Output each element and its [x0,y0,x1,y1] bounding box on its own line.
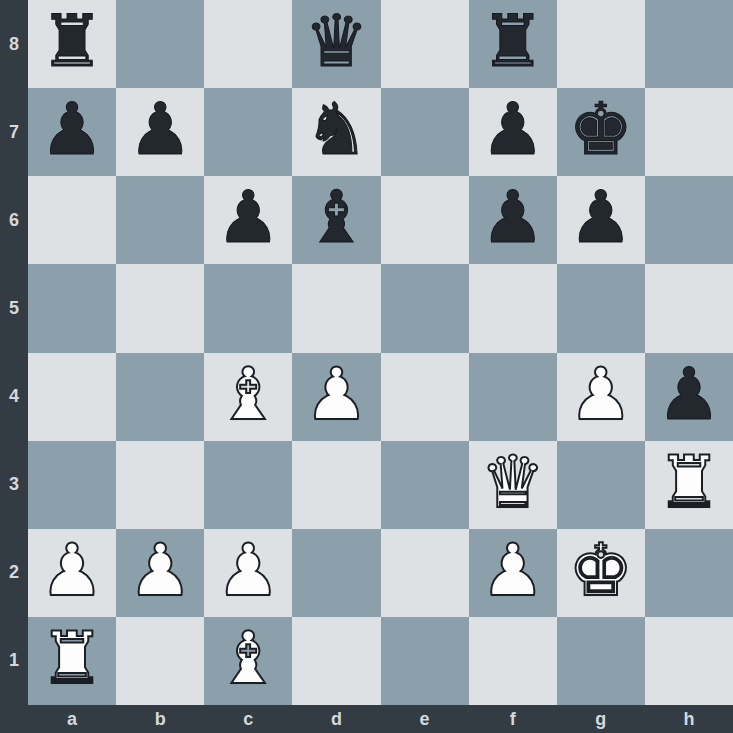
square-h5[interactable] [645,264,733,352]
square-c6[interactable]: ♟ [204,176,292,264]
square-f4[interactable] [469,353,557,441]
square-b3[interactable] [116,441,204,529]
square-a8[interactable]: ♜ [28,0,116,88]
square-c8[interactable] [204,0,292,88]
file-label-c: c [204,705,292,733]
square-h4[interactable]: ♟ [645,353,733,441]
piece-black-pawn[interactable]: ♟ [128,93,193,165]
piece-black-pawn[interactable]: ♟ [480,93,545,165]
square-b1[interactable] [116,617,204,705]
square-c4[interactable]: ♝ [204,353,292,441]
square-e1[interactable] [381,617,469,705]
piece-white-bishop[interactable]: ♝ [216,358,281,430]
square-c5[interactable] [204,264,292,352]
square-f2[interactable]: ♟ [469,529,557,617]
rank-labels: 87654321 [0,0,28,705]
square-f5[interactable] [469,264,557,352]
piece-white-king[interactable]: ♚ [569,534,634,606]
square-f3[interactable]: ♛ [469,441,557,529]
square-d2[interactable] [292,529,380,617]
rank-label-7: 7 [0,88,28,176]
square-f6[interactable]: ♟ [469,176,557,264]
piece-black-bishop[interactable]: ♝ [304,181,369,253]
square-a4[interactable] [28,353,116,441]
square-a1[interactable]: ♜ [28,617,116,705]
piece-white-pawn[interactable]: ♟ [216,534,281,606]
square-g1[interactable] [557,617,645,705]
square-g8[interactable] [557,0,645,88]
square-h2[interactable] [645,529,733,617]
square-g2[interactable]: ♚ [557,529,645,617]
square-h1[interactable] [645,617,733,705]
rank-label-8: 8 [0,0,28,88]
piece-white-pawn[interactable]: ♟ [480,534,545,606]
square-f1[interactable] [469,617,557,705]
piece-white-pawn[interactable]: ♟ [40,534,105,606]
square-c3[interactable] [204,441,292,529]
piece-black-pawn[interactable]: ♟ [569,181,634,253]
square-d8[interactable]: ♛ [292,0,380,88]
square-e4[interactable] [381,353,469,441]
square-e8[interactable] [381,0,469,88]
square-d4[interactable]: ♟ [292,353,380,441]
square-f7[interactable]: ♟ [469,88,557,176]
square-g4[interactable]: ♟ [557,353,645,441]
file-label-e: e [381,705,469,733]
piece-black-rook[interactable]: ♜ [480,5,545,77]
square-g3[interactable] [557,441,645,529]
square-h8[interactable] [645,0,733,88]
square-b5[interactable] [116,264,204,352]
file-label-h: h [645,705,733,733]
piece-black-pawn[interactable]: ♟ [40,93,105,165]
square-h6[interactable] [645,176,733,264]
file-label-f: f [469,705,557,733]
piece-white-queen[interactable]: ♛ [480,446,545,518]
piece-black-pawn[interactable]: ♟ [657,358,722,430]
chess-board-frame: 87654321 ♜♛♜♟♟♞♟♚♟♝♟♟♝♟♟♟♛♜♟♟♟♟♚♜♝ abcde… [0,0,733,733]
square-a5[interactable] [28,264,116,352]
file-label-b: b [116,705,204,733]
rank-label-6: 6 [0,176,28,264]
file-label-d: d [292,705,380,733]
chess-board: ♜♛♜♟♟♞♟♚♟♝♟♟♝♟♟♟♛♜♟♟♟♟♚♜♝ [28,0,733,705]
piece-black-pawn[interactable]: ♟ [480,181,545,253]
square-e3[interactable] [381,441,469,529]
square-h7[interactable] [645,88,733,176]
square-b4[interactable] [116,353,204,441]
piece-white-pawn[interactable]: ♟ [569,358,634,430]
square-f8[interactable]: ♜ [469,0,557,88]
square-b2[interactable]: ♟ [116,529,204,617]
square-c1[interactable]: ♝ [204,617,292,705]
board-corner [0,705,28,733]
piece-white-pawn[interactable]: ♟ [304,358,369,430]
piece-black-knight[interactable]: ♞ [304,93,369,165]
piece-black-king[interactable]: ♚ [569,93,634,165]
square-c7[interactable] [204,88,292,176]
piece-white-pawn[interactable]: ♟ [128,534,193,606]
rank-label-4: 4 [0,353,28,441]
rank-label-2: 2 [0,529,28,617]
square-d6[interactable]: ♝ [292,176,380,264]
square-c2[interactable]: ♟ [204,529,292,617]
file-labels: abcdefgh [28,705,733,733]
piece-white-bishop[interactable]: ♝ [216,622,281,694]
square-d5[interactable] [292,264,380,352]
square-h3[interactable]: ♜ [645,441,733,529]
square-b6[interactable] [116,176,204,264]
piece-black-rook[interactable]: ♜ [40,5,105,77]
piece-white-rook[interactable]: ♜ [657,446,722,518]
square-e5[interactable] [381,264,469,352]
square-d7[interactable]: ♞ [292,88,380,176]
piece-black-pawn[interactable]: ♟ [216,181,281,253]
square-g6[interactable]: ♟ [557,176,645,264]
square-a3[interactable] [28,441,116,529]
square-a2[interactable]: ♟ [28,529,116,617]
file-label-a: a [28,705,116,733]
square-e7[interactable] [381,88,469,176]
piece-black-queen[interactable]: ♛ [304,5,369,77]
square-d3[interactable] [292,441,380,529]
rank-label-5: 5 [0,264,28,352]
square-b7[interactable]: ♟ [116,88,204,176]
rank-label-1: 1 [0,617,28,705]
square-g7[interactable]: ♚ [557,88,645,176]
file-label-g: g [557,705,645,733]
square-b8[interactable] [116,0,204,88]
square-e2[interactable] [381,529,469,617]
square-e6[interactable] [381,176,469,264]
square-a7[interactable]: ♟ [28,88,116,176]
square-d1[interactable] [292,617,380,705]
rank-label-3: 3 [0,441,28,529]
square-a6[interactable] [28,176,116,264]
square-g5[interactable] [557,264,645,352]
piece-white-rook[interactable]: ♜ [40,622,105,694]
